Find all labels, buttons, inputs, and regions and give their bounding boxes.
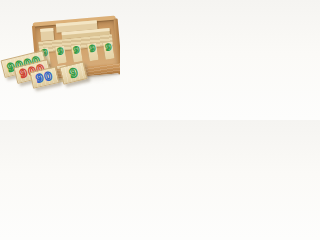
tray-card-digit: 9 <box>55 46 66 58</box>
tray-card-digit: 9 <box>71 44 82 56</box>
small-card-stack <box>40 28 54 41</box>
tray-card-digit: 9 <box>103 42 114 54</box>
number-card-9-digits: 9 <box>68 66 79 80</box>
tray-card: 9 <box>102 42 115 60</box>
tray-card-digit: 9 <box>87 43 98 55</box>
product-photo: 9 9 9 9 9 9 9000 900 90 9 <box>0 0 120 120</box>
tray-card: 9 <box>70 44 83 62</box>
tray-card: 9 <box>54 46 67 64</box>
tray-card: 9 <box>86 43 99 61</box>
number-card-90-digits: 90 <box>35 70 54 85</box>
